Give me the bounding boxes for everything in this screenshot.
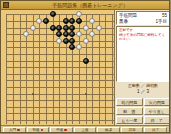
black-stone — [50, 11, 56, 17]
toolbar-button-3[interactable]: 上級 — [74, 127, 97, 134]
grid-line-v — [53, 14, 54, 124]
black-stone — [63, 38, 69, 44]
red-stone-mark-icon — [41, 129, 44, 132]
panel-button-2[interactable]: 解 答 — [116, 107, 143, 115]
toolbar-button-label: 入門 — [9, 127, 16, 133]
toolbar-button-4[interactable]: 棋譜 — [97, 127, 120, 134]
white-stone — [56, 38, 62, 44]
toolbar-button-label: 終了 — [152, 127, 159, 133]
grid-line-h — [6, 94, 115, 95]
grid-line-v — [13, 14, 14, 124]
grid-line-h — [6, 107, 115, 108]
white-stone — [76, 44, 82, 50]
grid-line-h — [6, 47, 115, 48]
white-stone — [96, 25, 102, 31]
message-line-2: 続けて次の問題に挑戦してください。 — [119, 33, 167, 42]
black-stone — [63, 25, 69, 31]
black-stone — [56, 25, 62, 31]
app-window: 手筋問題集（囲碁トレーニング） 手筋問題 55 黒番 1手目 正解です。 続けて… — [0, 0, 170, 133]
white-stone — [76, 31, 82, 37]
window-title: 手筋問題集（囲碁トレーニング） — [11, 1, 169, 9]
toolbar-button-2[interactable]: 中級 — [50, 127, 73, 134]
white-stone — [23, 31, 29, 37]
black-stone — [76, 18, 82, 24]
red-stone-mark-icon — [17, 129, 20, 132]
toolbar-button-label: 初級 — [33, 127, 40, 133]
grid-line-v — [39, 14, 40, 124]
toolbar-button-label: 棋譜 — [105, 127, 112, 133]
black-stone — [56, 31, 62, 37]
black-stone — [63, 18, 69, 24]
white-stone — [36, 18, 42, 24]
panel-button-0[interactable]: 前の問題 — [116, 98, 143, 106]
toolbar-button-label: 設定 — [129, 127, 136, 133]
white-stone — [89, 31, 95, 37]
black-stone — [69, 31, 75, 37]
grid-line-v — [33, 14, 34, 124]
problem-label: 手筋問題 — [119, 13, 137, 18]
panel-button-grid: 前の問題次の問題解 答やり直しもう一度終 了 — [116, 98, 170, 124]
star-point — [85, 93, 87, 95]
panel-button-5[interactable]: 終 了 — [144, 116, 171, 124]
red-stone-mark-icon — [64, 129, 67, 132]
board[interactable] — [1, 10, 115, 125]
side-panel: 手筋問題 55 黒番 1手目 正解です。 続けて次の問題に挑戦してください。 正… — [115, 10, 170, 125]
black-stone — [69, 38, 75, 44]
toolbar-button-label: 上級 — [82, 127, 89, 133]
black-stone — [83, 58, 89, 64]
toolbar-button-0[interactable]: 入門 — [3, 127, 26, 134]
stats-value: 1 ／ 3 — [116, 89, 170, 95]
grid-line-h — [6, 80, 115, 81]
panel-button-4[interactable]: もう一度 — [116, 116, 143, 124]
grid-line-h — [6, 21, 115, 22]
black-stone — [43, 18, 49, 24]
grid-line-h — [6, 14, 115, 15]
bottom-toolbar: 入門初級中級上級棋譜設定終了 — [1, 125, 169, 133]
star-point — [32, 93, 34, 95]
toolbar-button-1[interactable]: 初級 — [27, 127, 50, 134]
toolbar-button-5[interactable]: 設定 — [121, 127, 144, 134]
problem-info-box: 手筋問題 55 黒番 1手目 — [116, 11, 170, 25]
black-stone — [50, 25, 56, 31]
grid-line-v — [20, 14, 21, 124]
grid-line-h — [6, 74, 115, 75]
toolbar-button-6[interactable]: 終了 — [144, 127, 167, 134]
system-menu-icon[interactable] — [3, 2, 9, 8]
grid-line-v — [86, 14, 87, 124]
grid-line-h — [6, 67, 115, 68]
grid-line-v — [112, 14, 113, 124]
black-stone — [63, 31, 69, 37]
move-number: 1手目 — [155, 19, 167, 24]
grid-line-h — [6, 87, 115, 88]
grid-line-v — [99, 14, 100, 124]
black-stone — [69, 18, 75, 24]
white-stone — [76, 11, 82, 17]
white-stone — [83, 25, 89, 31]
panel-button-1[interactable]: 次の問題 — [144, 98, 171, 106]
panel-button-3[interactable]: やり直し — [144, 107, 171, 115]
white-stone — [89, 18, 95, 24]
grid-line-v — [105, 14, 106, 124]
grid-line-v — [46, 14, 47, 124]
grid-line-h — [6, 120, 115, 121]
white-stone — [30, 25, 36, 31]
title-bar: 手筋問題集（囲碁トレーニング） — [1, 1, 169, 10]
message-box: 正解です。 続けて次の問題に挑戦してください。 — [116, 26, 170, 82]
black-stone — [69, 25, 75, 31]
grid-line-h — [6, 113, 115, 114]
turn-label: 黒番 — [119, 19, 128, 24]
grid-line-v — [6, 14, 7, 124]
grid-line-h — [6, 54, 115, 55]
white-stone — [83, 38, 89, 44]
toolbar-button-label: 中級 — [56, 127, 63, 133]
problem-number: 55 — [162, 13, 167, 18]
score-stats: 正解数 ／ 挑戦数 1 ／ 3 — [116, 83, 170, 97]
grid-line-h — [6, 100, 115, 101]
black-stone — [69, 44, 75, 50]
grid-line-h — [6, 61, 115, 62]
